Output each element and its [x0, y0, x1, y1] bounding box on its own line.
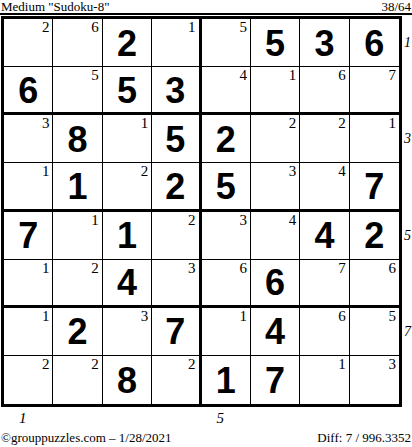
sudoku-board: 2621553665534167381522211122534771123442… — [1, 16, 402, 407]
pencil-mark: 3 — [188, 260, 196, 276]
cell-r6c3[interactable]: 4 — [103, 260, 152, 308]
cell-r6c2[interactable]: 2 — [53, 260, 102, 308]
pencil-mark: 5 — [239, 19, 247, 35]
pencil-mark: 2 — [338, 115, 346, 131]
pencil-mark: 3 — [42, 115, 50, 131]
cell-r6c5[interactable]: 6 — [202, 260, 251, 308]
cell-r3c3[interactable]: 1 — [103, 115, 152, 163]
pencil-mark: 2 — [141, 163, 149, 179]
cell-r4c4[interactable]: 2 — [152, 163, 201, 211]
pencil-mark: 3 — [141, 308, 149, 324]
cell-r2c2[interactable]: 5 — [53, 67, 102, 115]
cell-r6c6[interactable]: 6 — [251, 260, 300, 308]
cell-r5c8[interactable]: 2 — [350, 212, 399, 260]
solved-digit: 7 — [18, 218, 38, 254]
pencil-mark: 1 — [389, 115, 397, 131]
header-rule — [0, 13, 412, 15]
row-label-3: 3 — [404, 130, 412, 148]
pencil-mark: 4 — [289, 212, 297, 228]
cell-r1c1[interactable]: 2 — [4, 19, 53, 67]
solved-digit: 4 — [314, 218, 334, 254]
cell-r5c4[interactable]: 2 — [152, 212, 201, 260]
pencil-mark: 2 — [42, 356, 50, 372]
cell-r3c1[interactable]: 3 — [4, 115, 53, 163]
cell-r4c6[interactable]: 3 — [251, 163, 300, 211]
pencil-mark: 2 — [91, 260, 99, 276]
cell-r1c2[interactable]: 6 — [53, 19, 102, 67]
cell-r3c7[interactable]: 2 — [300, 115, 349, 163]
cell-r8c5[interactable]: 1 — [202, 356, 251, 404]
cell-r6c7[interactable]: 7 — [300, 260, 349, 308]
solved-digit: 7 — [165, 314, 185, 350]
solved-digit: 2 — [165, 169, 185, 205]
solved-digit: 8 — [117, 363, 137, 399]
pencil-mark: 7 — [389, 67, 397, 83]
pencil-mark: 2 — [188, 212, 196, 228]
cell-r5c5[interactable]: 3 — [202, 212, 251, 260]
cell-r7c1[interactable]: 1 — [4, 308, 53, 356]
pencil-mark: 1 — [42, 308, 50, 324]
solved-digit: 6 — [265, 265, 285, 301]
cell-r8c8[interactable]: 3 — [350, 356, 399, 404]
cell-r1c3[interactable]: 2 — [103, 19, 152, 67]
pencil-mark: 6 — [239, 260, 247, 276]
solved-digit: 2 — [117, 26, 137, 62]
solved-digit: 5 — [216, 169, 236, 205]
cell-r1c8[interactable]: 6 — [350, 19, 399, 67]
cell-r7c7[interactable]: 6 — [300, 308, 349, 356]
cell-r6c1[interactable]: 1 — [4, 260, 53, 308]
pencil-mark: 5 — [91, 67, 99, 83]
cell-r2c4[interactable]: 3 — [152, 67, 201, 115]
cell-r4c5[interactable]: 5 — [202, 163, 251, 211]
solved-digit: 5 — [117, 73, 137, 109]
pencil-mark: 6 — [338, 67, 346, 83]
pencil-mark: 1 — [91, 212, 99, 228]
solved-digit: 1 — [216, 363, 236, 399]
page-header: Medium "Sudoku-8" 38/64 — [1, 0, 411, 13]
cell-r6c8[interactable]: 6 — [350, 260, 399, 308]
cell-r2c1[interactable]: 6 — [4, 67, 53, 115]
difficulty-text: Diff: 7 / 996.3352 — [317, 431, 411, 445]
pencil-mark: 1 — [42, 260, 50, 276]
pencil-mark: 2 — [289, 115, 297, 131]
pencil-mark: 6 — [389, 260, 397, 276]
cell-r5c7[interactable]: 4 — [300, 212, 349, 260]
pencil-mark: 5 — [389, 308, 397, 324]
cell-r3c5[interactable]: 2 — [202, 115, 251, 163]
cell-r7c2[interactable]: 2 — [53, 308, 102, 356]
pencil-mark: 3 — [239, 212, 247, 228]
cell-r3c8[interactable]: 1 — [350, 115, 399, 163]
cell-r2c5[interactable]: 4 — [202, 67, 251, 115]
cell-r7c8[interactable]: 5 — [350, 308, 399, 356]
cell-r8c7[interactable]: 1 — [300, 356, 349, 404]
pencil-mark: 3 — [289, 163, 297, 179]
cell-r5c2[interactable]: 1 — [53, 212, 102, 260]
cell-r1c7[interactable]: 3 — [300, 19, 349, 67]
pencil-mark: 1 — [188, 19, 196, 35]
cell-r2c6[interactable]: 1 — [251, 67, 300, 115]
pencil-mark: 1 — [289, 67, 297, 83]
cell-r7c5[interactable]: 1 — [202, 308, 251, 356]
solved-digit: 4 — [117, 265, 137, 301]
solved-digit: 6 — [364, 26, 384, 62]
pencil-mark: 1 — [42, 163, 50, 179]
pencil-mark: 2 — [91, 356, 99, 372]
progress-counter: 38/64 — [381, 0, 411, 13]
solved-digit: 1 — [117, 218, 137, 254]
cell-r8c4[interactable]: 2 — [152, 356, 201, 404]
cell-r7c6[interactable]: 4 — [251, 308, 300, 356]
pencil-mark: 2 — [188, 356, 196, 372]
page-title: Medium "Sudoku-8" — [1, 0, 109, 13]
cell-r4c7[interactable]: 4 — [300, 163, 349, 211]
cell-r1c5[interactable]: 5 — [202, 19, 251, 67]
solved-digit: 3 — [165, 73, 185, 109]
cell-r8c6[interactable]: 7 — [251, 356, 300, 404]
pencil-mark: 1 — [141, 115, 149, 131]
pencil-mark: 6 — [91, 19, 99, 35]
cell-r4c1[interactable]: 1 — [4, 163, 53, 211]
solved-digit: 7 — [364, 169, 384, 205]
solved-digit: 5 — [165, 122, 185, 158]
pencil-mark: 1 — [338, 356, 346, 372]
solved-digit: 3 — [314, 26, 334, 62]
pencil-mark: 4 — [239, 67, 247, 83]
pencil-mark: 4 — [338, 163, 346, 179]
cell-r3c4[interactable]: 5 — [152, 115, 201, 163]
copyright-text: ©grouppuzzles.com – 1/28/2021 — [1, 431, 172, 445]
solved-digit: 8 — [68, 122, 88, 158]
pencil-mark: 3 — [389, 356, 397, 372]
pencil-mark: 6 — [338, 308, 346, 324]
cell-r2c8[interactable]: 7 — [350, 67, 399, 115]
cell-r8c2[interactable]: 2 — [53, 356, 102, 404]
row-label-5: 5 — [404, 227, 412, 245]
pencil-mark: 7 — [338, 260, 346, 276]
cell-r8c3[interactable]: 8 — [103, 356, 152, 404]
solved-digit: 2 — [216, 122, 236, 158]
col-label-1: 1 — [18, 409, 28, 427]
solved-digit: 6 — [18, 73, 38, 109]
solved-digit: 1 — [68, 169, 88, 205]
row-label-7: 7 — [404, 323, 412, 341]
cell-r3c6[interactable]: 2 — [251, 115, 300, 163]
cell-r2c3[interactable]: 5 — [103, 67, 152, 115]
cell-r5c6[interactable]: 4 — [251, 212, 300, 260]
solved-digit: 5 — [265, 26, 285, 62]
cell-r5c1[interactable]: 7 — [4, 212, 53, 260]
cell-r5c3[interactable]: 1 — [103, 212, 152, 260]
pencil-mark: 2 — [42, 19, 50, 35]
cell-r4c3[interactable]: 2 — [103, 163, 152, 211]
solved-digit: 4 — [265, 314, 285, 350]
cell-r4c2[interactable]: 1 — [53, 163, 102, 211]
solved-digit: 2 — [68, 314, 88, 350]
row-label-1: 1 — [404, 34, 412, 52]
cell-r1c4[interactable]: 1 — [152, 19, 201, 67]
page-footer: ©grouppuzzles.com – 1/28/2021 Diff: 7 / … — [1, 431, 411, 446]
cell-r2c7[interactable]: 6 — [300, 67, 349, 115]
cell-r6c4[interactable]: 3 — [152, 260, 201, 308]
pencil-mark: 1 — [239, 308, 247, 324]
cell-r7c4[interactable]: 7 — [152, 308, 201, 356]
col-label-5: 5 — [215, 409, 225, 427]
cell-r1c6[interactable]: 5 — [251, 19, 300, 67]
cell-r4c8[interactable]: 7 — [350, 163, 399, 211]
solved-digit: 7 — [265, 363, 285, 399]
cell-r8c1[interactable]: 2 — [4, 356, 53, 404]
cell-r3c2[interactable]: 8 — [53, 115, 102, 163]
solved-digit: 2 — [364, 218, 384, 254]
cell-r7c3[interactable]: 3 — [103, 308, 152, 356]
